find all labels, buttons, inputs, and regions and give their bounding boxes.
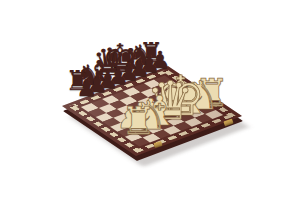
piece-black-bishop: ♝ (117, 45, 143, 74)
piece-black-rook: ♜ (139, 39, 164, 66)
piece-black-rook: ♜ (66, 67, 91, 94)
piece-black-bishop: ♝ (86, 57, 112, 86)
photo-stage: ♜♞♝♛♚♝♞♜♟♟♟♟♟♟♟♟♟♟♟♟♟♟♟♟♜♞♝♛♚♝♞♜ (0, 0, 300, 200)
chess-board (62, 66, 242, 156)
piece-black-knight: ♞ (76, 62, 101, 90)
piece-black-king: ♚ (102, 39, 137, 78)
piece-black-knight: ♞ (128, 42, 153, 70)
piece-black-queen: ♛ (92, 44, 126, 82)
